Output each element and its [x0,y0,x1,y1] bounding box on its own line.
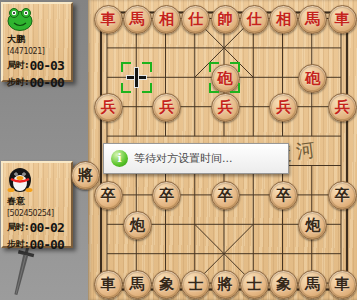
piece-black-horse[interactable]: 馬 [123,270,152,299]
piece-red-soldier[interactable]: 兵 [328,93,357,122]
piece-black-elephant[interactable]: 象 [269,270,298,299]
bottom-game-time: 00-02 [30,220,64,235]
bottom-move-time-label: 步时: [7,238,29,251]
piece-red-cannon[interactable]: 砲 [211,64,240,93]
piece-black-horse[interactable]: 馬 [298,270,327,299]
top-player-id: [4471021] [7,47,69,56]
top-move-time-label: 步时: [7,76,29,89]
piece-red-chariot[interactable]: 車 [328,5,357,34]
piece-red-horse[interactable]: 馬 [123,5,152,34]
piece-red-soldier[interactable]: 兵 [152,93,181,122]
game-window: 漢界 楚河 車馬相仕帥仕相馬車砲砲兵兵兵兵兵卒卒卒卒卒炮炮車馬象士將士象馬車 大… [0,0,357,300]
piece-red-soldier[interactable]: 兵 [94,93,123,122]
top-player-name: 大鹏 [7,33,69,46]
piece-red-elephant[interactable]: 相 [269,5,298,34]
top-game-time: 00-03 [30,58,64,73]
top-player-panel: 大鹏 [4471021] 局时: 00-03 步时: 00-00 [1,2,73,82]
bottom-player-panel: 春意 [502450254] 局时: 00-02 步时: 00-00 [1,161,73,248]
status-dialog: i 等待对方设置时间... [103,143,289,174]
piece-black-general[interactable]: 將 [211,270,240,299]
status-dialog-text: 等待对方设置时间... [134,151,233,166]
piece-red-soldier[interactable]: 兵 [211,93,240,122]
piece-black-cannon[interactable]: 炮 [298,211,327,240]
piece-red-chariot[interactable]: 車 [94,5,123,34]
piece-black-cannon[interactable]: 炮 [123,211,152,240]
bottom-player-side-indicator-piece: 將 [71,161,100,190]
top-move-time: 00-00 [30,75,64,90]
piece-black-advisor[interactable]: 士 [181,270,210,299]
piece-red-elephant[interactable]: 相 [152,5,181,34]
piece-black-soldier[interactable]: 卒 [328,181,357,210]
piece-red-cannon[interactable]: 砲 [298,64,327,93]
piece-red-advisor[interactable]: 仕 [240,5,269,34]
piece-black-soldier[interactable]: 卒 [211,181,240,210]
piece-black-chariot[interactable]: 車 [94,270,123,299]
piece-black-advisor[interactable]: 士 [240,270,269,299]
piece-black-chariot[interactable]: 車 [328,270,357,299]
frog-avatar [7,7,34,31]
piece-red-soldier[interactable]: 兵 [269,93,298,122]
info-icon: i [111,150,128,167]
piece-black-elephant[interactable]: 象 [152,270,181,299]
piece-black-soldier[interactable]: 卒 [94,181,123,210]
crosshair-cursor-icon [127,68,146,87]
bottom-player-id: [502450254] [7,209,69,218]
top-game-time-label: 局时: [7,59,29,72]
bottom-game-time-label: 局时: [7,221,29,234]
bottom-move-time: 00-00 [30,237,64,252]
qq-penguin-avatar [7,166,33,193]
piece-red-general[interactable]: 帥 [211,5,240,34]
bottom-player-name: 春意 [7,195,69,208]
